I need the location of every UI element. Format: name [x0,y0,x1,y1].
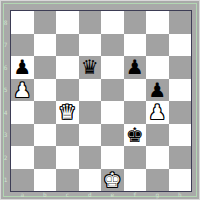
square-g7[interactable] [146,34,169,57]
square-f7[interactable] [124,34,147,57]
rank-label-1: 1 [1,169,10,192]
rank-label-4: 4 [1,101,10,124]
square-a4[interactable] [11,101,34,124]
rank-label-5: 5 [1,79,10,102]
square-c5[interactable] [56,79,79,102]
square-e8[interactable] [101,11,124,34]
piece-black-pawn: ♟ [148,80,166,100]
square-d3[interactable] [79,124,102,147]
rank-label-7: 7 [1,34,10,57]
square-g8[interactable] [146,11,169,34]
square-h1[interactable] [169,169,192,192]
chess-diagram-frame: 87654321 abcdefgh ♟♛♟♟♟♛♟♚♚ [0,0,200,200]
square-f1[interactable] [124,169,147,192]
square-f8[interactable] [124,11,147,34]
square-e7[interactable] [101,34,124,57]
square-h8[interactable] [169,11,192,34]
square-a7[interactable] [11,34,34,57]
square-e3[interactable] [101,124,124,147]
rank-labels: 87654321 [1,11,10,191]
square-g6[interactable] [146,56,169,79]
square-b4[interactable] [34,101,57,124]
square-a2[interactable] [11,146,34,169]
square-c7[interactable] [56,34,79,57]
square-h6[interactable] [169,56,192,79]
piece-white-queen: ♛ [58,102,76,122]
square-b3[interactable] [34,124,57,147]
square-g3[interactable] [146,124,169,147]
piece-black-pawn: ♟ [13,57,31,77]
square-e2[interactable] [101,146,124,169]
square-g2[interactable] [146,146,169,169]
square-b5[interactable] [34,79,57,102]
square-h7[interactable] [169,34,192,57]
piece-white-pawn: ♟ [13,80,31,100]
rank-label-3: 3 [1,124,10,147]
square-c3[interactable] [56,124,79,147]
square-c1[interactable] [56,169,79,192]
square-e5[interactable] [101,79,124,102]
chess-board: ♟♛♟♟♟♛♟♚♚ [10,10,192,192]
piece-black-queen: ♛ [81,57,99,77]
square-d6[interactable]: ♛ [79,56,102,79]
square-c2[interactable] [56,146,79,169]
rank-label-6: 6 [1,56,10,79]
square-b8[interactable] [34,11,57,34]
square-d7[interactable] [79,34,102,57]
square-e1[interactable]: ♚ [101,169,124,192]
square-h5[interactable] [169,79,192,102]
square-b2[interactable] [34,146,57,169]
square-h4[interactable] [169,101,192,124]
square-c6[interactable] [56,56,79,79]
square-f3[interactable]: ♚ [124,124,147,147]
square-a8[interactable] [11,11,34,34]
rank-label-2: 2 [1,146,10,169]
square-e6[interactable] [101,56,124,79]
square-d5[interactable] [79,79,102,102]
square-b1[interactable] [34,169,57,192]
square-d2[interactable] [79,146,102,169]
square-g5[interactable]: ♟ [146,79,169,102]
square-b6[interactable] [34,56,57,79]
square-h3[interactable] [169,124,192,147]
square-f2[interactable] [124,146,147,169]
piece-white-pawn: ♟ [148,102,166,122]
square-e4[interactable] [101,101,124,124]
square-c4[interactable]: ♛ [56,101,79,124]
square-a5[interactable]: ♟ [11,79,34,102]
square-d8[interactable] [79,11,102,34]
piece-black-king: ♚ [126,125,144,145]
square-d1[interactable] [79,169,102,192]
square-a3[interactable] [11,124,34,147]
square-g4[interactable]: ♟ [146,101,169,124]
square-c8[interactable] [56,11,79,34]
square-f4[interactable] [124,101,147,124]
square-h2[interactable] [169,146,192,169]
piece-white-king: ♚ [103,170,121,190]
piece-black-pawn: ♟ [126,57,144,77]
square-f6[interactable]: ♟ [124,56,147,79]
square-a1[interactable] [11,169,34,192]
square-b7[interactable] [34,34,57,57]
rank-label-8: 8 [1,11,10,34]
square-f5[interactable] [124,79,147,102]
square-a6[interactable]: ♟ [11,56,34,79]
square-d4[interactable] [79,101,102,124]
square-g1[interactable] [146,169,169,192]
